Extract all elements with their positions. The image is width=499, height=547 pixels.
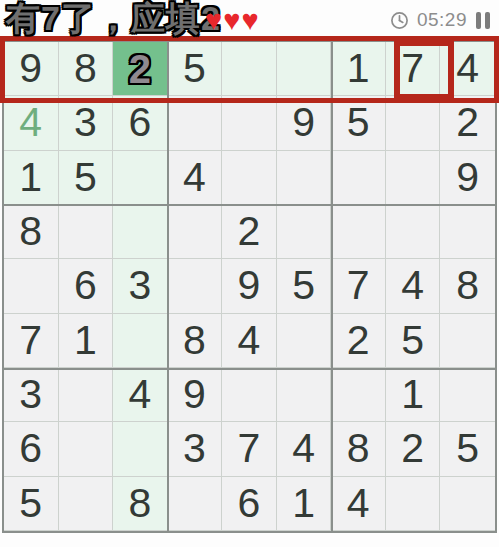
heart-icon-1: ♥ (205, 4, 222, 36)
cell-r1c8[interactable]: 7 (386, 42, 441, 96)
cell-r2c6[interactable]: 9 (277, 96, 332, 150)
cell-r2c8[interactable] (386, 96, 441, 150)
cell-r3c2[interactable]: 5 (59, 151, 114, 205)
given-digit: 4 (347, 483, 370, 524)
cell-r4c1[interactable]: 8 (4, 205, 59, 259)
given-digit: 7 (238, 428, 261, 469)
cell-r6c5[interactable]: 4 (222, 314, 277, 368)
cell-r4c5[interactable]: 2 (222, 205, 277, 259)
cell-r2c7[interactable]: 5 (331, 96, 386, 150)
given-digit: 9 (238, 265, 261, 306)
given-digit: 3 (19, 374, 42, 415)
cell-r7c8[interactable]: 1 (386, 368, 441, 422)
cell-r5c7[interactable]: 7 (331, 259, 386, 313)
cell-r4c7[interactable] (331, 205, 386, 259)
timer-cluster: 05:29 (390, 9, 491, 31)
cell-r4c8[interactable] (386, 205, 441, 259)
pause-bar-left (476, 12, 481, 29)
given-digit: 5 (19, 483, 42, 524)
cell-r5c9[interactable]: 8 (440, 259, 495, 313)
given-digit: 9 (456, 157, 479, 198)
cell-r8c2[interactable] (59, 422, 114, 476)
given-digit: 6 (19, 428, 42, 469)
cell-r3c5[interactable] (222, 151, 277, 205)
cell-r6c8[interactable]: 5 (386, 314, 441, 368)
given-digit: 1 (19, 157, 42, 198)
cell-r2c4[interactable] (168, 96, 223, 150)
cell-r3c3[interactable] (113, 151, 168, 205)
given-digit: 5 (347, 102, 370, 143)
given-digit: 5 (456, 428, 479, 469)
user-digit: 4 (19, 102, 42, 143)
heart-icon-3: ♥ (241, 4, 258, 36)
cell-r9c1[interactable]: 5 (4, 477, 59, 531)
cell-r1c9[interactable]: 4 (440, 42, 495, 96)
cell-r8c9[interactable]: 5 (440, 422, 495, 476)
cell-r2c3[interactable]: 6 (113, 96, 168, 150)
sudoku-grid: 9825174436952154982639574871842534916374… (4, 42, 495, 531)
cell-r4c9[interactable] (440, 205, 495, 259)
cell-r5c4[interactable] (168, 259, 223, 313)
given-digit: 2 (401, 428, 424, 469)
given-digit: 5 (183, 48, 206, 89)
cell-r2c1[interactable]: 4 (4, 96, 59, 150)
cell-r5c6[interactable]: 5 (277, 259, 332, 313)
cell-r6c3[interactable] (113, 314, 168, 368)
annotation-text: 有7了，应填2 (6, 0, 221, 42)
cell-r1c7[interactable]: 1 (331, 42, 386, 96)
cell-r6c9[interactable] (440, 314, 495, 368)
cell-r7c3[interactable]: 4 (113, 368, 168, 422)
given-digit: 2 (456, 102, 479, 143)
given-digit: 1 (74, 320, 97, 361)
cell-r1c4[interactable]: 5 (168, 42, 223, 96)
given-digit: 8 (347, 428, 370, 469)
cell-r3c7[interactable] (331, 151, 386, 205)
cell-r3c9[interactable]: 9 (440, 151, 495, 205)
given-digit: 7 (19, 320, 42, 361)
given-digit: 9 (19, 48, 42, 89)
cell-r6c1[interactable]: 7 (4, 314, 59, 368)
pause-button[interactable] (475, 11, 491, 30)
cell-r9c5[interactable]: 6 (222, 477, 277, 531)
cell-r3c8[interactable] (386, 151, 441, 205)
cell-r5c3[interactable]: 3 (113, 259, 168, 313)
cell-r3c6[interactable] (277, 151, 332, 205)
timer-value: 05:29 (417, 9, 467, 31)
given-digit: 1 (347, 48, 370, 89)
cell-r9c9[interactable] (440, 477, 495, 531)
given-digit: 9 (183, 374, 206, 415)
annotated-digit: 2 (129, 49, 151, 89)
cell-r5c2[interactable]: 6 (59, 259, 114, 313)
cell-r6c2[interactable]: 1 (59, 314, 114, 368)
given-digit: 8 (456, 265, 479, 306)
given-digit: 4 (401, 265, 424, 306)
given-digit: 5 (401, 320, 424, 361)
cell-r3c1[interactable]: 1 (4, 151, 59, 205)
cell-r7c6[interactable] (277, 368, 332, 422)
given-digit: 8 (128, 483, 151, 524)
cell-r7c5[interactable] (222, 368, 277, 422)
cell-r7c2[interactable] (59, 368, 114, 422)
given-digit: 4 (183, 157, 206, 198)
sudoku-board: 9825174436952154982639574871842534916374… (2, 40, 497, 533)
cell-r8c7[interactable]: 8 (331, 422, 386, 476)
given-digit: 6 (238, 483, 261, 524)
cell-r1c6[interactable] (277, 42, 332, 96)
given-digit: 3 (128, 265, 151, 306)
top-bar: 有7了，应填2 ♥♥♥ 05:29 (0, 0, 499, 40)
given-digit: 2 (347, 320, 370, 361)
cell-r6c6[interactable] (277, 314, 332, 368)
cell-r2c5[interactable] (222, 96, 277, 150)
cell-r8c8[interactable]: 2 (386, 422, 441, 476)
cell-r9c4[interactable] (168, 477, 223, 531)
given-digit: 9 (292, 102, 315, 143)
cell-r9c2[interactable] (59, 477, 114, 531)
cell-r8c3[interactable] (113, 422, 168, 476)
cell-r1c3[interactable]: 2 (113, 42, 168, 96)
cell-r6c7[interactable]: 2 (331, 314, 386, 368)
given-digit: 4 (238, 320, 261, 361)
given-digit: 1 (401, 374, 424, 415)
lives-hearts: ♥♥♥ (205, 4, 259, 36)
cell-r8c5[interactable]: 7 (222, 422, 277, 476)
sudoku-app-screen: 有7了，应填2 ♥♥♥ 05:29 9825174436952154982639… (0, 0, 499, 547)
given-digit: 5 (292, 265, 315, 306)
cell-r5c5[interactable]: 9 (222, 259, 277, 313)
cell-r7c4[interactable]: 9 (168, 368, 223, 422)
cell-r4c4[interactable] (168, 205, 223, 259)
cell-r7c7[interactable] (331, 368, 386, 422)
given-digit: 4 (292, 428, 315, 469)
given-digit: 5 (74, 157, 97, 198)
cell-r8c1[interactable]: 6 (4, 422, 59, 476)
given-digit: 8 (183, 320, 206, 361)
given-digit: 1 (292, 483, 315, 524)
cell-r4c2[interactable] (59, 205, 114, 259)
cell-r9c7[interactable]: 4 (331, 477, 386, 531)
given-digit: 7 (347, 265, 370, 306)
cell-r6c4[interactable]: 8 (168, 314, 223, 368)
given-digit: 4 (128, 374, 151, 415)
given-digit: 6 (74, 265, 97, 306)
given-digit: 2 (238, 211, 261, 252)
cell-r2c2[interactable]: 3 (59, 96, 114, 150)
pause-bar-right (485, 12, 490, 29)
given-digit: 3 (74, 102, 97, 143)
cell-r8c4[interactable]: 3 (168, 422, 223, 476)
cell-r1c1[interactable]: 9 (4, 42, 59, 96)
cell-r3c4[interactable]: 4 (168, 151, 223, 205)
given-digit: 8 (19, 211, 42, 252)
cell-r2c9[interactable]: 2 (440, 96, 495, 150)
clock-icon (390, 11, 409, 30)
given-digit: 3 (183, 428, 206, 469)
cell-r1c2[interactable]: 8 (59, 42, 114, 96)
given-digit: 8 (74, 48, 97, 89)
cell-r9c8[interactable] (386, 477, 441, 531)
cell-r4c3[interactable] (113, 205, 168, 259)
cell-r7c1[interactable]: 3 (4, 368, 59, 422)
cell-r4c6[interactable] (277, 205, 332, 259)
cell-r5c8[interactable]: 4 (386, 259, 441, 313)
cell-r9c6[interactable]: 1 (277, 477, 332, 531)
cell-r1c5[interactable] (222, 42, 277, 96)
cell-r7c9[interactable] (440, 368, 495, 422)
given-digit: 6 (128, 102, 151, 143)
cell-r9c3[interactable]: 8 (113, 477, 168, 531)
cell-r5c1[interactable] (4, 259, 59, 313)
given-digit: 4 (456, 48, 479, 89)
cell-r8c6[interactable]: 4 (277, 422, 332, 476)
given-digit: 7 (401, 48, 424, 89)
heart-icon-2: ♥ (223, 4, 240, 36)
